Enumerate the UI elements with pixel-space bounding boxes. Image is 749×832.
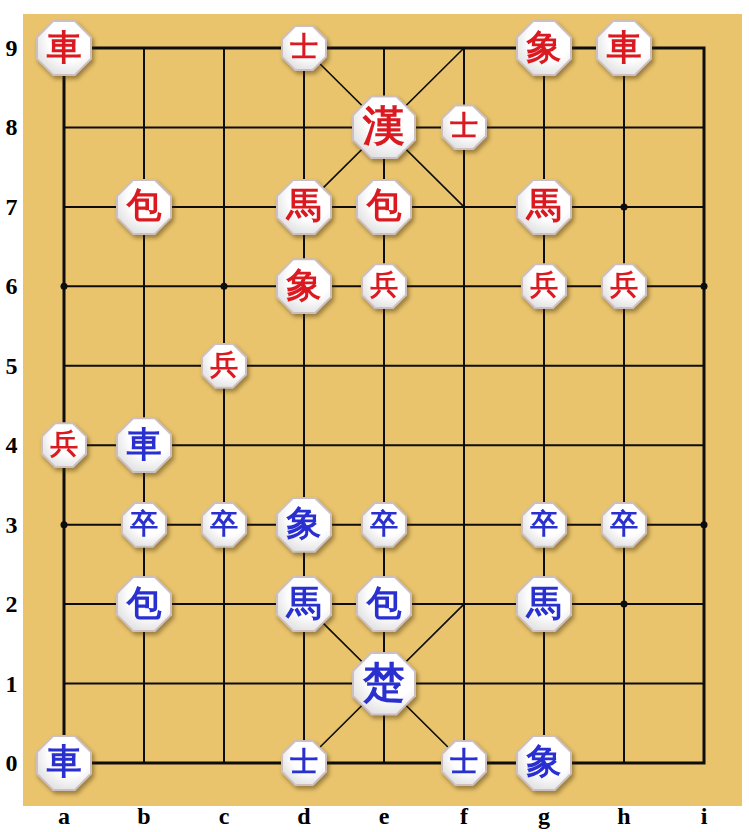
rank-label-2: 2: [0, 591, 23, 617]
file-label-c: c: [204, 803, 244, 829]
piece-red-cannon[interactable]: 包: [116, 179, 172, 235]
piece-glyph: 包: [127, 586, 162, 621]
piece-glyph: 象: [527, 744, 562, 779]
piece-glyph: 兵: [370, 271, 398, 299]
piece-glyph: 兵: [210, 351, 238, 379]
file-label-g: g: [524, 803, 564, 829]
piece-blue-soldier[interactable]: 卒: [201, 502, 247, 548]
rank-label-1: 1: [0, 671, 23, 697]
rank-label-5: 5: [0, 353, 23, 379]
piece-face: 漢: [354, 97, 414, 157]
piece-blue-cannon[interactable]: 包: [116, 576, 172, 632]
piece-blue-chariot[interactable]: 車: [116, 417, 172, 473]
rank-label-0: 0: [0, 750, 23, 776]
piece-glyph: 卒: [210, 510, 238, 538]
piece-red-advisor[interactable]: 士: [441, 104, 487, 150]
piece-glyph: 兵: [610, 271, 638, 299]
piece-glyph: 車: [127, 427, 162, 462]
file-label-b: b: [124, 803, 164, 829]
piece-blue-advisor[interactable]: 士: [281, 740, 327, 786]
piece-red-soldier[interactable]: 兵: [361, 263, 407, 309]
piece-glyph: 兵: [50, 430, 78, 458]
file-label-i: i: [684, 803, 724, 829]
piece-face: 楚: [354, 654, 414, 714]
piece-glyph: 象: [287, 506, 322, 541]
piece-red-horse[interactable]: 馬: [276, 179, 332, 235]
piece-glyph: 士: [290, 33, 318, 61]
piece-red-soldier[interactable]: 兵: [201, 343, 247, 389]
piece-glyph: 馬: [527, 188, 562, 223]
piece-glyph: 包: [127, 188, 162, 223]
piece-blue-horse[interactable]: 馬: [276, 576, 332, 632]
piece-glyph: 馬: [287, 586, 322, 621]
piece-glyph: 馬: [287, 188, 322, 223]
pieces-layer: 車士象車漢士包馬包馬象兵兵兵兵兵車卒卒象卒卒卒包馬包馬楚車士士象: [24, 8, 744, 802]
piece-blue-general[interactable]: 楚: [352, 652, 416, 716]
piece-red-elephant[interactable]: 象: [516, 20, 572, 76]
piece-red-horse[interactable]: 馬: [516, 179, 572, 235]
piece-blue-advisor[interactable]: 士: [441, 740, 487, 786]
piece-face: 包: [118, 181, 170, 233]
rank-label-7: 7: [0, 194, 23, 220]
file-label-f: f: [444, 803, 484, 829]
file-label-d: d: [284, 803, 324, 829]
piece-glyph: 象: [287, 268, 322, 303]
piece-glyph: 士: [290, 748, 318, 776]
piece-red-soldier[interactable]: 兵: [601, 263, 647, 309]
rank-label-9: 9: [0, 35, 23, 61]
piece-glyph: 卒: [130, 510, 158, 538]
piece-glyph: 馬: [527, 586, 562, 621]
rank-label-6: 6: [0, 273, 23, 299]
file-label-a: a: [44, 803, 84, 829]
piece-red-soldier[interactable]: 兵: [41, 422, 87, 468]
piece-glyph: 士: [450, 748, 478, 776]
piece-glyph: 卒: [370, 510, 398, 538]
piece-glyph: 車: [47, 744, 82, 779]
file-label-h: h: [604, 803, 644, 829]
janggi-board: 車士象車漢士包馬包馬象兵兵兵兵兵車卒卒象卒卒卒包馬包馬楚車士士象: [23, 14, 742, 806]
piece-blue-soldier[interactable]: 卒: [121, 502, 167, 548]
piece-glyph: 包: [367, 188, 402, 223]
piece-red-advisor[interactable]: 士: [281, 25, 327, 71]
piece-red-soldier[interactable]: 兵: [521, 263, 567, 309]
piece-red-chariot[interactable]: 車: [596, 20, 652, 76]
piece-blue-soldier[interactable]: 卒: [521, 502, 567, 548]
piece-red-chariot[interactable]: 車: [36, 20, 92, 76]
piece-blue-soldier[interactable]: 卒: [361, 502, 407, 548]
file-label-e: e: [364, 803, 404, 829]
piece-blue-chariot[interactable]: 車: [36, 735, 92, 791]
piece-glyph: 車: [47, 30, 82, 65]
piece-glyph: 卒: [610, 510, 638, 538]
janggi-page: 車士象車漢士包馬包馬象兵兵兵兵兵車卒卒象卒卒卒包馬包馬楚車士士象 abcdefg…: [0, 0, 749, 832]
piece-glyph: 車: [607, 30, 642, 65]
piece-red-general[interactable]: 漢: [352, 95, 416, 159]
piece-glyph: 包: [367, 586, 402, 621]
rank-label-8: 8: [0, 114, 23, 140]
piece-glyph: 兵: [530, 271, 558, 299]
piece-blue-cannon[interactable]: 包: [356, 576, 412, 632]
piece-glyph: 卒: [530, 510, 558, 538]
piece-glyph: 士: [450, 112, 478, 140]
rank-label-4: 4: [0, 432, 23, 458]
piece-glyph: 漢: [363, 105, 405, 147]
piece-blue-elephant[interactable]: 象: [276, 497, 332, 553]
piece-glyph: 楚: [363, 662, 405, 704]
piece-blue-horse[interactable]: 馬: [516, 576, 572, 632]
piece-glyph: 象: [527, 30, 562, 65]
piece-red-cannon[interactable]: 包: [356, 179, 412, 235]
rank-label-3: 3: [0, 512, 23, 538]
piece-blue-soldier[interactable]: 卒: [601, 502, 647, 548]
piece-red-elephant[interactable]: 象: [276, 258, 332, 314]
piece-blue-elephant[interactable]: 象: [516, 735, 572, 791]
